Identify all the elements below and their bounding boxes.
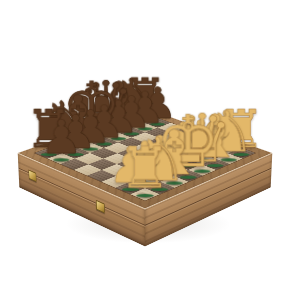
brass-hinge-icon — [96, 200, 105, 214]
white-rook-h1[interactable]: ♜ — [120, 140, 171, 197]
piece-cell-h1: ♜ — [130, 188, 160, 201]
brass-hinge-icon — [29, 169, 37, 182]
scene: ♜♞♝♛♚♝♞♜♟♟♟♟♟♟♟♟♟♟♟♟♟♟♟♟♜♞♝♛♚♝♞♜ — [0, 0, 290, 290]
black-pawn-h7[interactable]: ♟ — [40, 114, 82, 161]
felt-base — [53, 158, 69, 161]
chess-set-product-photo: ♜♞♝♛♚♝♞♜♟♟♟♟♟♟♟♟♟♟♟♟♟♟♟♟♜♞♝♛♚♝♞♜ — [0, 0, 290, 290]
felt-base — [136, 194, 153, 197]
